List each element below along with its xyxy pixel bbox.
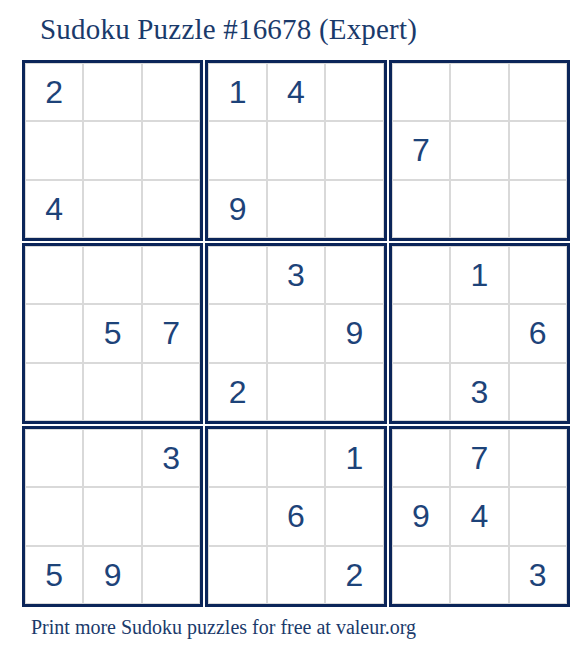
- cell-r3c5[interactable]: [267, 180, 325, 238]
- cell-r1c8[interactable]: [450, 63, 508, 121]
- sudoku-page: Sudoku Puzzle #16678 (Expert) 2414975739…: [0, 0, 580, 651]
- cell-r5c1[interactable]: [25, 304, 83, 362]
- cell-r1c2[interactable]: [83, 63, 141, 121]
- cell-r4c9[interactable]: [509, 246, 567, 304]
- cell-r5c4[interactable]: [208, 304, 266, 362]
- cell-r8c9[interactable]: [509, 487, 567, 545]
- cell-r1c5[interactable]: 4: [267, 63, 325, 121]
- box-1-1: 24: [22, 60, 203, 241]
- cell-r4c5[interactable]: 3: [267, 246, 325, 304]
- box-3-3: 7943: [389, 426, 570, 607]
- cell-r2c9[interactable]: [509, 121, 567, 179]
- cell-r2c5[interactable]: [267, 121, 325, 179]
- cell-r2c6[interactable]: [325, 121, 383, 179]
- cell-r7c6[interactable]: 1: [325, 429, 383, 487]
- cell-r7c7[interactable]: [392, 429, 450, 487]
- cell-r3c1[interactable]: 4: [25, 180, 83, 238]
- cell-r2c8[interactable]: [450, 121, 508, 179]
- cell-r3c9[interactable]: [509, 180, 567, 238]
- cell-r6c8[interactable]: 3: [450, 363, 508, 421]
- cell-r2c7[interactable]: 7: [392, 121, 450, 179]
- cell-r1c9[interactable]: [509, 63, 567, 121]
- cell-r4c2[interactable]: [83, 246, 141, 304]
- cell-r5c5[interactable]: [267, 304, 325, 362]
- cell-r8c5[interactable]: 6: [267, 487, 325, 545]
- cell-r9c9[interactable]: 3: [509, 546, 567, 604]
- cell-r3c7[interactable]: [392, 180, 450, 238]
- cell-r8c3[interactable]: [142, 487, 200, 545]
- cell-r3c4[interactable]: 9: [208, 180, 266, 238]
- box-2-2: 392: [205, 243, 386, 424]
- cell-r7c3[interactable]: 3: [142, 429, 200, 487]
- cell-r5c3[interactable]: 7: [142, 304, 200, 362]
- page-title: Sudoku Puzzle #16678 (Expert): [40, 13, 417, 46]
- box-3-1: 359: [22, 426, 203, 607]
- cell-r8c1[interactable]: [25, 487, 83, 545]
- cell-r1c7[interactable]: [392, 63, 450, 121]
- cell-r7c5[interactable]: [267, 429, 325, 487]
- cell-r9c1[interactable]: 5: [25, 546, 83, 604]
- cell-r7c8[interactable]: 7: [450, 429, 508, 487]
- cell-r9c5[interactable]: [267, 546, 325, 604]
- cell-r9c6[interactable]: 2: [325, 546, 383, 604]
- cell-r6c7[interactable]: [392, 363, 450, 421]
- cell-r6c2[interactable]: [83, 363, 141, 421]
- cell-r3c6[interactable]: [325, 180, 383, 238]
- box-3-2: 162: [205, 426, 386, 607]
- cell-r5c8[interactable]: [450, 304, 508, 362]
- box-2-1: 57: [22, 243, 203, 424]
- cell-r4c4[interactable]: [208, 246, 266, 304]
- cell-r2c2[interactable]: [83, 121, 141, 179]
- cell-r4c1[interactable]: [25, 246, 83, 304]
- cell-r2c1[interactable]: [25, 121, 83, 179]
- cell-r6c3[interactable]: [142, 363, 200, 421]
- cell-r6c1[interactable]: [25, 363, 83, 421]
- cell-r5c2[interactable]: 5: [83, 304, 141, 362]
- cell-r1c1[interactable]: 2: [25, 63, 83, 121]
- cell-r1c3[interactable]: [142, 63, 200, 121]
- cell-r5c7[interactable]: [392, 304, 450, 362]
- cell-r9c3[interactable]: [142, 546, 200, 604]
- cell-r9c7[interactable]: [392, 546, 450, 604]
- cell-r6c5[interactable]: [267, 363, 325, 421]
- cell-r7c1[interactable]: [25, 429, 83, 487]
- cell-r7c4[interactable]: [208, 429, 266, 487]
- cell-r4c3[interactable]: [142, 246, 200, 304]
- cell-r6c6[interactable]: [325, 363, 383, 421]
- cell-r9c4[interactable]: [208, 546, 266, 604]
- cell-r5c9[interactable]: 6: [509, 304, 567, 362]
- cell-r8c4[interactable]: [208, 487, 266, 545]
- cell-r3c2[interactable]: [83, 180, 141, 238]
- footer-credit: Print more Sudoku puzzles for free at va…: [31, 616, 416, 639]
- cell-r3c3[interactable]: [142, 180, 200, 238]
- cell-r2c4[interactable]: [208, 121, 266, 179]
- box-1-3: 7: [389, 60, 570, 241]
- cell-r6c4[interactable]: 2: [208, 363, 266, 421]
- cell-r4c8[interactable]: 1: [450, 246, 508, 304]
- cell-r8c6[interactable]: [325, 487, 383, 545]
- cell-r4c6[interactable]: [325, 246, 383, 304]
- cell-r1c4[interactable]: 1: [208, 63, 266, 121]
- box-1-2: 149: [205, 60, 386, 241]
- cell-r6c9[interactable]: [509, 363, 567, 421]
- cell-r8c7[interactable]: 9: [392, 487, 450, 545]
- cell-r9c8[interactable]: [450, 546, 508, 604]
- sudoku-grid: 241497573921633591627943: [22, 60, 570, 607]
- cell-r3c8[interactable]: [450, 180, 508, 238]
- cell-r4c7[interactable]: [392, 246, 450, 304]
- cell-r1c6[interactable]: [325, 63, 383, 121]
- cell-r7c2[interactable]: [83, 429, 141, 487]
- cell-r2c3[interactable]: [142, 121, 200, 179]
- cell-r8c2[interactable]: [83, 487, 141, 545]
- box-2-3: 163: [389, 243, 570, 424]
- cell-r5c6[interactable]: 9: [325, 304, 383, 362]
- cell-r9c2[interactable]: 9: [83, 546, 141, 604]
- cell-r8c8[interactable]: 4: [450, 487, 508, 545]
- cell-r7c9[interactable]: [509, 429, 567, 487]
